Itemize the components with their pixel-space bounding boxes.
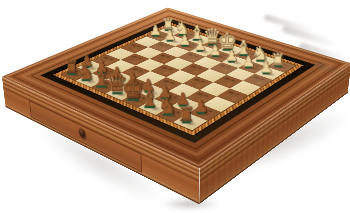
chess-set-photo: ♜♞♝♛♚♝♞♜♟♟♟♟♟♟♟♟♟♟♟♟♟♟♟♟♜♞♝♛♚♝♞♜ [0, 0, 350, 213]
case-top-molding: ♜♞♝♛♚♝♞♜♟♟♟♟♟♟♟♟♟♟♟♟♟♟♟♟♜♞♝♛♚♝♞♜ [2, 7, 350, 168]
scene: ♜♞♝♛♚♝♞♜♟♟♟♟♟♟♟♟♟♟♟♟♟♟♟♟♜♞♝♛♚♝♞♜ [56, 0, 304, 194]
piece-glyph: ♟ [179, 34, 192, 48]
golden-rosewood-knight: ♞ [158, 95, 177, 117]
piece-glyph: ♞ [158, 95, 177, 117]
boxwood-pawn: ♟ [164, 29, 176, 43]
piece-glyph: ♟ [164, 29, 176, 43]
piece-glyph: ♟ [194, 38, 207, 52]
boxwood-pawn: ♟ [225, 49, 238, 64]
boxwood-pawn: ♟ [242, 54, 255, 69]
piece-glyph: ♟ [193, 98, 208, 115]
boxwood-pawn: ♟ [194, 38, 207, 52]
drawer-knob [78, 127, 85, 139]
piece-glyph: ♟ [150, 24, 162, 38]
boxwood-pawn: ♟ [209, 44, 222, 58]
piece-glyph: ♜ [177, 105, 195, 125]
boxwood-pawn: ♟ [259, 60, 273, 75]
piece-glyph: ♟ [209, 44, 222, 58]
golden-rosewood-pawn: ♟ [193, 98, 208, 115]
board-field: ♜♞♝♛♚♝♞♜♟♟♟♟♟♟♟♟♟♟♟♟♟♟♟♟♜♞♝♛♚♝♞♜ [60, 25, 297, 131]
boxwood-pawn: ♟ [150, 24, 162, 38]
piece-glyph: ♟ [225, 49, 238, 64]
chess-case: ♜♞♝♛♚♝♞♜♟♟♟♟♟♟♟♟♟♟♟♟♟♟♟♟♜♞♝♛♚♝♞♜ [2, 7, 350, 168]
boxwood-pawn: ♟ [179, 34, 192, 48]
golden-rosewood-rook: ♜ [177, 105, 195, 125]
piece-glyph: ♟ [242, 54, 255, 69]
piece-glyph: ♟ [259, 60, 273, 75]
